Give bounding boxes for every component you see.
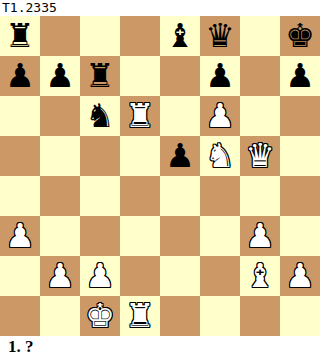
piece-white-pawn[interactable]: ♟ (205, 96, 235, 136)
square-b4[interactable] (40, 176, 80, 216)
chess-diagram-page: T1.2335 ♜♝♛♚♟♟♜♟♟♞♜♟♟♞♛♟♟♟♟♝♟♚♜ 1. ? (0, 0, 320, 360)
square-e1[interactable] (160, 296, 200, 336)
square-a5[interactable] (0, 136, 40, 176)
square-h2[interactable]: ♟ (280, 256, 320, 296)
chess-board: ♜♝♛♚♟♟♜♟♟♞♜♟♟♞♛♟♟♟♟♝♟♚♜ (0, 16, 320, 336)
square-f2[interactable] (200, 256, 240, 296)
square-b7[interactable]: ♟ (40, 56, 80, 96)
piece-white-pawn[interactable]: ♟ (45, 256, 75, 296)
square-e8[interactable]: ♝ (160, 16, 200, 56)
square-a8[interactable]: ♜ (0, 16, 40, 56)
square-b3[interactable] (40, 216, 80, 256)
square-f7[interactable]: ♟ (200, 56, 240, 96)
square-g4[interactable] (240, 176, 280, 216)
square-b1[interactable] (40, 296, 80, 336)
puzzle-id: T1.2335 (0, 0, 320, 16)
square-c6[interactable]: ♞ (80, 96, 120, 136)
piece-white-rook[interactable]: ♜ (125, 296, 155, 336)
square-d6[interactable]: ♜ (120, 96, 160, 136)
move-prompt: 1. ? (0, 336, 320, 360)
square-h7[interactable]: ♟ (280, 56, 320, 96)
piece-black-king[interactable]: ♚ (285, 16, 315, 56)
square-d7[interactable] (120, 56, 160, 96)
piece-black-bishop[interactable]: ♝ (165, 16, 195, 56)
square-c3[interactable] (80, 216, 120, 256)
square-a1[interactable] (0, 296, 40, 336)
square-h4[interactable] (280, 176, 320, 216)
square-b8[interactable] (40, 16, 80, 56)
square-e3[interactable] (160, 216, 200, 256)
square-f8[interactable]: ♛ (200, 16, 240, 56)
piece-black-pawn[interactable]: ♟ (285, 56, 315, 96)
square-c7[interactable]: ♜ (80, 56, 120, 96)
square-h3[interactable] (280, 216, 320, 256)
square-g1[interactable] (240, 296, 280, 336)
piece-black-pawn[interactable]: ♟ (5, 56, 35, 96)
square-f1[interactable] (200, 296, 240, 336)
square-c5[interactable] (80, 136, 120, 176)
square-f5[interactable]: ♞ (200, 136, 240, 176)
piece-black-pawn[interactable]: ♟ (45, 56, 75, 96)
square-h6[interactable] (280, 96, 320, 136)
square-a6[interactable] (0, 96, 40, 136)
square-c4[interactable] (80, 176, 120, 216)
square-h5[interactable] (280, 136, 320, 176)
square-g2[interactable]: ♝ (240, 256, 280, 296)
square-c2[interactable]: ♟ (80, 256, 120, 296)
square-h8[interactable]: ♚ (280, 16, 320, 56)
piece-white-bishop[interactable]: ♝ (245, 256, 275, 296)
square-e6[interactable] (160, 96, 200, 136)
piece-black-knight[interactable]: ♞ (85, 96, 115, 136)
square-f3[interactable] (200, 216, 240, 256)
square-d1[interactable]: ♜ (120, 296, 160, 336)
square-c1[interactable]: ♚ (80, 296, 120, 336)
piece-white-king[interactable]: ♚ (85, 296, 115, 336)
square-e4[interactable] (160, 176, 200, 216)
square-b2[interactable]: ♟ (40, 256, 80, 296)
square-e2[interactable] (160, 256, 200, 296)
piece-white-pawn[interactable]: ♟ (245, 216, 275, 256)
square-d2[interactable] (120, 256, 160, 296)
square-g8[interactable] (240, 16, 280, 56)
piece-black-rook[interactable]: ♜ (5, 16, 35, 56)
square-d5[interactable] (120, 136, 160, 176)
square-a2[interactable] (0, 256, 40, 296)
square-d4[interactable] (120, 176, 160, 216)
square-a4[interactable] (0, 176, 40, 216)
square-g3[interactable]: ♟ (240, 216, 280, 256)
square-b5[interactable] (40, 136, 80, 176)
piece-black-pawn[interactable]: ♟ (205, 56, 235, 96)
square-c8[interactable] (80, 16, 120, 56)
piece-black-pawn[interactable]: ♟ (165, 136, 195, 176)
square-a3[interactable]: ♟ (0, 216, 40, 256)
square-g5[interactable]: ♛ (240, 136, 280, 176)
piece-white-pawn[interactable]: ♟ (285, 256, 315, 296)
square-g7[interactable] (240, 56, 280, 96)
square-h1[interactable] (280, 296, 320, 336)
piece-white-pawn[interactable]: ♟ (85, 256, 115, 296)
piece-black-queen[interactable]: ♛ (205, 16, 235, 56)
square-g6[interactable] (240, 96, 280, 136)
square-b6[interactable] (40, 96, 80, 136)
square-f6[interactable]: ♟ (200, 96, 240, 136)
square-a7[interactable]: ♟ (0, 56, 40, 96)
piece-black-rook[interactable]: ♜ (85, 56, 115, 96)
piece-white-pawn[interactable]: ♟ (5, 216, 35, 256)
piece-white-rook[interactable]: ♜ (125, 96, 155, 136)
square-d3[interactable] (120, 216, 160, 256)
square-e7[interactable] (160, 56, 200, 96)
square-e5[interactable]: ♟ (160, 136, 200, 176)
square-d8[interactable] (120, 16, 160, 56)
piece-white-knight[interactable]: ♞ (205, 136, 235, 176)
square-f4[interactable] (200, 176, 240, 216)
piece-white-queen[interactable]: ♛ (245, 136, 275, 176)
